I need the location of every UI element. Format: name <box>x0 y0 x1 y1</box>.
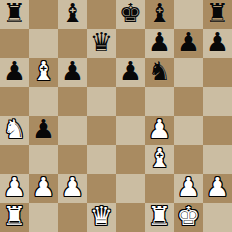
square-f3[interactable]: ♝ <box>145 145 174 174</box>
chess-board: ♜♝♚♝♜♛♟♟♟♟♝♟♟♞♞♟♟♝♟♟♟♟♟♜♛♜♚ <box>0 0 232 232</box>
white-pawn-piece[interactable]: ♟ <box>206 174 229 202</box>
white-bishop-piece[interactable]: ♝ <box>148 145 171 173</box>
square-f6[interactable]: ♞ <box>145 58 174 87</box>
black-bishop-piece[interactable]: ♝ <box>61 0 84 28</box>
square-e4[interactable] <box>116 116 145 145</box>
square-h8[interactable]: ♜ <box>203 0 232 29</box>
square-f7[interactable]: ♟ <box>145 29 174 58</box>
square-b7[interactable] <box>29 29 58 58</box>
black-pawn-piece[interactable]: ♟ <box>206 29 229 57</box>
square-g4[interactable] <box>174 116 203 145</box>
square-h2[interactable]: ♟ <box>203 174 232 203</box>
square-e3[interactable] <box>116 145 145 174</box>
square-g5[interactable] <box>174 87 203 116</box>
black-knight-piece[interactable]: ♞ <box>148 58 171 86</box>
square-a5[interactable] <box>0 87 29 116</box>
square-c6[interactable]: ♟ <box>58 58 87 87</box>
white-pawn-piece[interactable]: ♟ <box>3 174 26 202</box>
square-b3[interactable] <box>29 145 58 174</box>
square-e1[interactable] <box>116 203 145 232</box>
square-c2[interactable]: ♟ <box>58 174 87 203</box>
square-h7[interactable]: ♟ <box>203 29 232 58</box>
square-h3[interactable] <box>203 145 232 174</box>
square-a3[interactable] <box>0 145 29 174</box>
square-e5[interactable] <box>116 87 145 116</box>
square-c3[interactable] <box>58 145 87 174</box>
black-pawn-piece[interactable]: ♟ <box>119 58 142 86</box>
square-h6[interactable] <box>203 58 232 87</box>
black-pawn-piece[interactable]: ♟ <box>32 116 55 144</box>
white-rook-piece[interactable]: ♜ <box>148 203 171 231</box>
white-pawn-piece[interactable]: ♟ <box>61 174 84 202</box>
black-rook-piece[interactable]: ♜ <box>3 0 26 28</box>
square-d5[interactable] <box>87 87 116 116</box>
white-pawn-piece[interactable]: ♟ <box>177 174 200 202</box>
square-d7[interactable]: ♛ <box>87 29 116 58</box>
square-a2[interactable]: ♟ <box>0 174 29 203</box>
square-b2[interactable]: ♟ <box>29 174 58 203</box>
square-c4[interactable] <box>58 116 87 145</box>
square-g7[interactable]: ♟ <box>174 29 203 58</box>
square-a7[interactable] <box>0 29 29 58</box>
square-f2[interactable] <box>145 174 174 203</box>
square-b1[interactable] <box>29 203 58 232</box>
square-g6[interactable] <box>174 58 203 87</box>
square-h5[interactable] <box>203 87 232 116</box>
black-queen-piece[interactable]: ♛ <box>90 29 113 57</box>
black-pawn-piece[interactable]: ♟ <box>148 29 171 57</box>
square-c1[interactable] <box>58 203 87 232</box>
white-bishop-piece[interactable]: ♝ <box>32 58 55 86</box>
square-g8[interactable] <box>174 0 203 29</box>
square-d6[interactable] <box>87 58 116 87</box>
square-f4[interactable]: ♟ <box>145 116 174 145</box>
white-pawn-piece[interactable]: ♟ <box>32 174 55 202</box>
square-b5[interactable] <box>29 87 58 116</box>
square-f1[interactable]: ♜ <box>145 203 174 232</box>
square-a8[interactable]: ♜ <box>0 0 29 29</box>
square-d4[interactable] <box>87 116 116 145</box>
black-rook-piece[interactable]: ♜ <box>206 0 229 28</box>
square-c5[interactable] <box>58 87 87 116</box>
square-e6[interactable]: ♟ <box>116 58 145 87</box>
white-rook-piece[interactable]: ♜ <box>3 203 26 231</box>
square-g3[interactable] <box>174 145 203 174</box>
square-e7[interactable] <box>116 29 145 58</box>
square-e8[interactable]: ♚ <box>116 0 145 29</box>
square-b6[interactable]: ♝ <box>29 58 58 87</box>
square-a6[interactable]: ♟ <box>0 58 29 87</box>
square-g2[interactable]: ♟ <box>174 174 203 203</box>
black-pawn-piece[interactable]: ♟ <box>3 58 26 86</box>
square-d3[interactable] <box>87 145 116 174</box>
square-d8[interactable] <box>87 0 116 29</box>
white-pawn-piece[interactable]: ♟ <box>148 116 171 144</box>
square-f8[interactable]: ♝ <box>145 0 174 29</box>
square-c8[interactable]: ♝ <box>58 0 87 29</box>
square-d1[interactable]: ♛ <box>87 203 116 232</box>
black-king-piece[interactable]: ♚ <box>119 0 142 28</box>
black-pawn-piece[interactable]: ♟ <box>61 58 84 86</box>
black-bishop-piece[interactable]: ♝ <box>148 0 171 28</box>
square-h4[interactable] <box>203 116 232 145</box>
square-a1[interactable]: ♜ <box>0 203 29 232</box>
square-b4[interactable]: ♟ <box>29 116 58 145</box>
square-c7[interactable] <box>58 29 87 58</box>
square-d2[interactable] <box>87 174 116 203</box>
square-b8[interactable] <box>29 0 58 29</box>
square-a4[interactable]: ♞ <box>0 116 29 145</box>
square-g1[interactable]: ♚ <box>174 203 203 232</box>
square-h1[interactable] <box>203 203 232 232</box>
black-pawn-piece[interactable]: ♟ <box>177 29 200 57</box>
white-queen-piece[interactable]: ♛ <box>90 203 113 231</box>
white-knight-piece[interactable]: ♞ <box>3 116 26 144</box>
square-e2[interactable] <box>116 174 145 203</box>
square-f5[interactable] <box>145 87 174 116</box>
white-king-piece[interactable]: ♚ <box>177 203 200 231</box>
